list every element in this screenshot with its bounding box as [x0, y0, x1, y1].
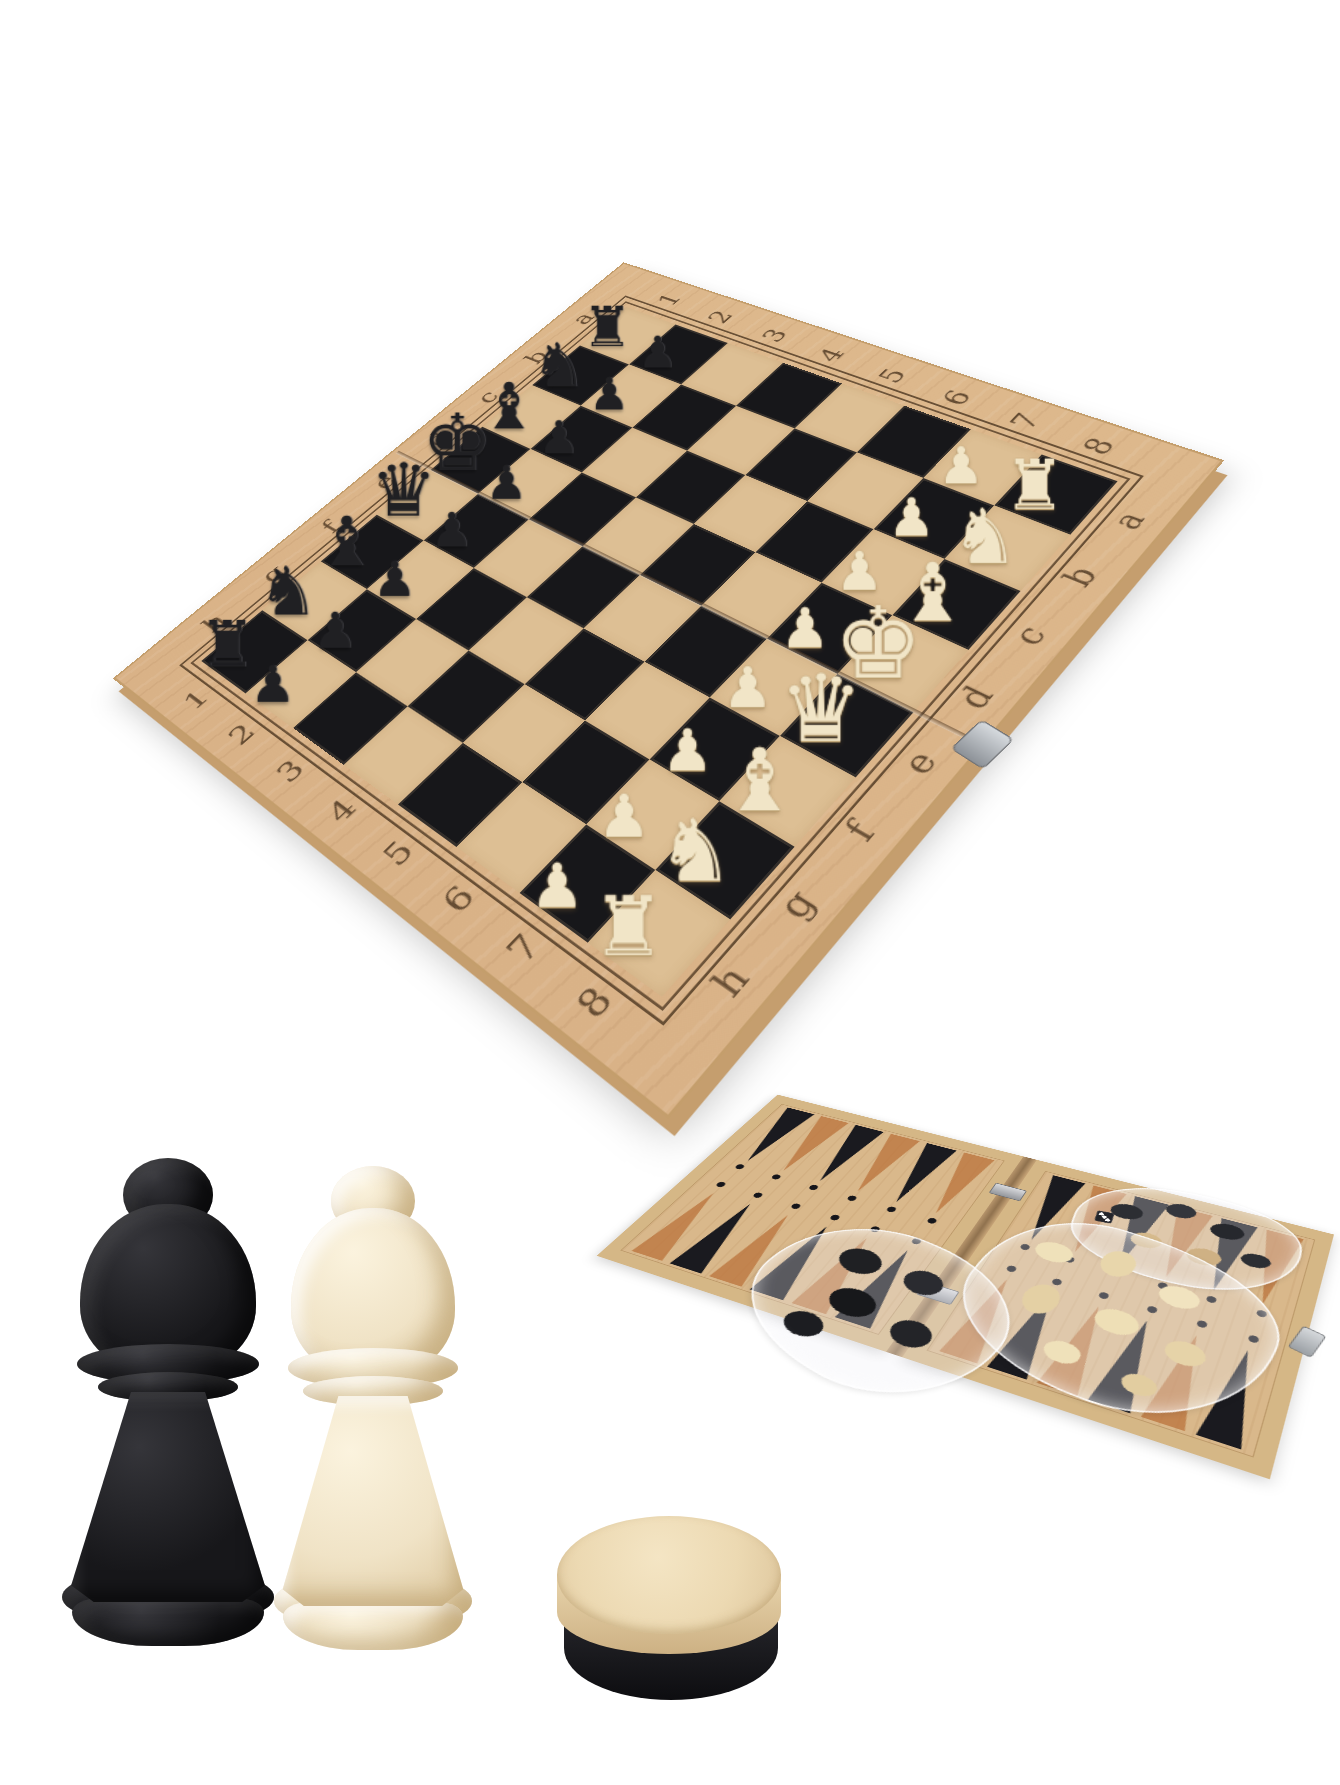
white-pawn-piece: ♟	[723, 662, 773, 713]
black-rook-piece: ♜	[198, 616, 255, 673]
black-queen-piece: ♛	[370, 458, 436, 524]
white-rook-piece: ♜	[591, 890, 665, 964]
pip-dot	[734, 1164, 746, 1170]
pip-dot	[846, 1195, 858, 1202]
pip-dot	[808, 1184, 820, 1191]
white-pawn-piece: ♟	[938, 442, 984, 488]
black-rook-piece: ♜	[582, 303, 632, 353]
black-pawn-piece: ♟	[638, 332, 677, 371]
chess-board-scene: ♜♟♟♜♞♟♟♞♝♟♟♝♚♟♟♚♛♟♟♛♝♟♟♝♞♟♟♞♜♟♟♜ 11aa22b…	[0, 0, 1340, 1100]
white-pawn-piece: ♟	[530, 858, 585, 913]
white-pawn-piece: ♟	[888, 494, 935, 541]
black-knight-piece: ♞	[532, 338, 586, 393]
black-pawn-piece: ♟	[486, 462, 528, 504]
black-pawn-piece: ♟	[538, 417, 579, 458]
pip-dot	[715, 1181, 727, 1188]
rank-label: 1	[178, 685, 215, 715]
file-label: b	[1054, 561, 1105, 591]
die-icon	[1094, 1210, 1115, 1223]
black-piece-body	[65, 1392, 271, 1602]
closeup-white-piece	[268, 1166, 478, 1650]
white-knight-piece: ♞	[657, 812, 734, 890]
backgammon-point	[730, 1107, 817, 1166]
folding-box	[597, 1095, 1334, 1480]
black-pawn-piece: ♟	[313, 608, 357, 653]
open-box-scene	[575, 1005, 1340, 1485]
file-label: c	[1004, 620, 1054, 651]
pip-dot	[926, 1217, 938, 1224]
pip-dot	[790, 1203, 802, 1210]
rank-label: 4	[321, 793, 364, 829]
white-piece-foot	[283, 1602, 463, 1650]
closeup-black-piece	[58, 1158, 278, 1646]
black-pawn-piece: ♟	[430, 508, 473, 551]
black-pawn-piece: ♟	[373, 557, 416, 601]
chess-board: ♜♟♟♜♞♟♟♞♝♟♟♝♚♟♟♚♛♟♟♛♝♟♟♝♞♟♟♞♜♟♟♜ 11aa22b…	[113, 262, 1225, 1119]
file-label: a	[1103, 507, 1153, 534]
white-piece-body	[277, 1396, 469, 1606]
white-pawn-piece: ♟	[598, 789, 651, 842]
pip-dot	[829, 1214, 841, 1221]
pip-dot	[770, 1174, 782, 1180]
pip-dot	[752, 1192, 764, 1199]
black-pawn-piece: ♟	[589, 374, 629, 414]
rank-label: 8	[1075, 434, 1122, 459]
pip-dot	[885, 1206, 897, 1213]
checkers-stack	[552, 1516, 792, 1706]
white-pawn-piece: ♟	[780, 603, 829, 652]
board-face: ♜♟♟♜♞♟♟♞♝♟♟♝♚♟♟♚♛♟♟♛♝♟♟♝♞♟♟♞♜♟♟♜ 11aa22b…	[113, 262, 1225, 1119]
black-knight-piece: ♞	[258, 561, 318, 621]
product-photo: ♜♟♟♜♞♟♟♞♝♟♟♝♚♟♟♚♛♟♟♛♝♟♟♝♞♟♟♞♜♟♟♜ 11aa22b…	[0, 0, 1340, 1785]
black-pawn-piece: ♟	[250, 661, 295, 707]
black-piece-foot	[72, 1598, 264, 1646]
black-bishop-piece: ♝	[316, 511, 377, 572]
rank-label: 3	[270, 755, 311, 788]
rank-label: 2	[222, 719, 261, 751]
checker-light-top	[557, 1516, 781, 1634]
white-pawn-piece: ♟	[662, 724, 714, 776]
